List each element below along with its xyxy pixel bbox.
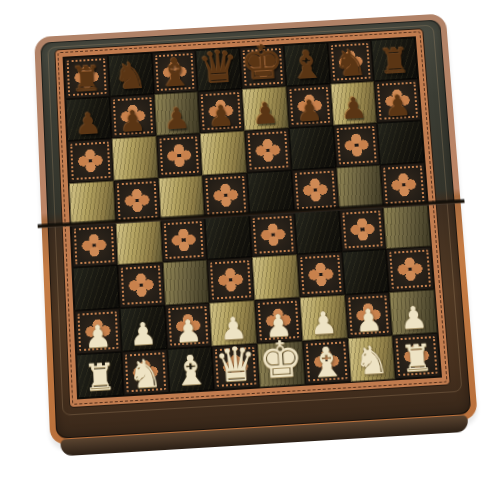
square-c1[interactable]: ♝ [167, 346, 215, 392]
square-f4[interactable] [294, 209, 341, 254]
square-e1[interactable]: ♚ [257, 341, 305, 387]
light-bishop-f1[interactable]: ♝ [307, 341, 346, 384]
dark-queen-d8[interactable]: ♛ [197, 44, 240, 91]
dark-pawn-c7[interactable]: ♟ [163, 104, 191, 135]
quatrefoil-ornament-icon [383, 165, 424, 204]
square-b4[interactable] [115, 220, 162, 265]
light-pawn-h2[interactable]: ♟ [399, 302, 428, 334]
square-h4[interactable] [383, 204, 431, 249]
square-b8[interactable]: ♞ [108, 53, 154, 97]
light-pawn-a2[interactable]: ♟ [84, 321, 113, 353]
dark-rook-a8[interactable]: ♜ [70, 61, 103, 98]
square-a3[interactable] [73, 265, 120, 311]
square-g4[interactable] [339, 207, 387, 252]
square-b1[interactable]: ♞ [121, 349, 168, 395]
square-e8[interactable]: ♚ [239, 45, 286, 89]
square-d8[interactable]: ♛ [195, 47, 241, 91]
square-g1[interactable]: ♞ [347, 336, 395, 382]
square-b7[interactable]: ♟ [110, 94, 156, 138]
square-e3[interactable] [252, 255, 300, 301]
square-f2[interactable]: ♟ [299, 295, 347, 341]
square-f6[interactable] [289, 125, 336, 170]
square-c3[interactable] [162, 260, 209, 306]
dark-pawn-g7[interactable]: ♟ [340, 93, 369, 124]
square-g3[interactable] [341, 249, 389, 295]
light-knight-b1[interactable]: ♞ [127, 354, 163, 395]
light-pawn-c2[interactable]: ♟ [174, 316, 203, 348]
square-g6[interactable] [333, 123, 380, 168]
quatrefoil-ornament-icon [121, 266, 162, 305]
dark-pawn-f7[interactable]: ♟ [296, 96, 324, 127]
square-d7[interactable]: ♟ [198, 89, 245, 133]
dark-king-e8[interactable]: ♚ [239, 38, 285, 88]
square-a1[interactable]: ♜ [76, 352, 123, 399]
quatrefoil-ornament-icon [389, 250, 431, 289]
square-a7[interactable]: ♟ [65, 97, 111, 141]
folding-chess-board: ♜♞♝♛♚♝♞♜♟♟♟♟♟♟♟♟♟♟♟♟♟♟♟♟♜♞♝♛♚♝♞♜ [34, 13, 478, 445]
square-b6[interactable] [111, 136, 157, 181]
square-g7[interactable]: ♟ [330, 81, 377, 125]
dark-knight-g8[interactable]: ♞ [333, 44, 369, 83]
square-b3[interactable] [117, 263, 164, 309]
dark-pawn-b7[interactable]: ♟ [119, 106, 147, 137]
dark-pawn-a7[interactable]: ♟ [75, 109, 103, 140]
square-h1[interactable]: ♜ [392, 333, 440, 379]
square-h7[interactable]: ♟ [374, 79, 421, 123]
square-c4[interactable] [160, 217, 207, 262]
light-pawn-g2[interactable]: ♟ [354, 305, 383, 337]
square-f1[interactable]: ♝ [302, 338, 350, 384]
square-c7[interactable]: ♟ [154, 91, 200, 135]
light-pawn-f2[interactable]: ♟ [309, 308, 338, 340]
square-f3[interactable] [297, 252, 345, 298]
chess-set-photo: ♜♞♝♛♚♝♞♜♟♟♟♟♟♟♟♟♟♟♟♟♟♟♟♟♜♞♝♛♚♝♞♜ [0, 0, 500, 478]
quatrefoil-ornament-icon [342, 210, 383, 249]
light-knight-g1[interactable]: ♞ [353, 340, 390, 381]
square-e7[interactable]: ♟ [242, 86, 289, 130]
dark-bishop-c8[interactable]: ♝ [156, 52, 193, 93]
square-h3[interactable] [386, 247, 434, 293]
quatrefoil-ornament-icon [248, 131, 289, 169]
square-a4[interactable] [71, 223, 118, 268]
square-f7[interactable]: ♟ [286, 84, 333, 128]
quatrefoil-ornament-icon [159, 136, 199, 174]
square-a6[interactable] [67, 138, 113, 183]
quatrefoil-ornament-icon [336, 126, 377, 164]
quatrefoil-ornament-icon [294, 170, 335, 209]
square-c6[interactable] [156, 133, 203, 178]
quatrefoil-ornament-icon [70, 141, 110, 179]
square-d1[interactable]: ♛ [212, 344, 260, 390]
quatrefoil-ornament-icon [117, 181, 157, 220]
dark-pawn-d7[interactable]: ♟ [207, 101, 235, 132]
square-h2[interactable]: ♟ [389, 290, 437, 336]
square-h8[interactable]: ♜ [371, 37, 418, 81]
light-rook-h1[interactable]: ♜ [399, 339, 434, 378]
dark-knight-b8[interactable]: ♞ [113, 57, 148, 96]
quatrefoil-ornament-icon [300, 255, 341, 294]
square-a8[interactable]: ♜ [64, 55, 110, 99]
dark-rook-h8[interactable]: ♜ [378, 43, 412, 79]
light-rook-a1[interactable]: ♜ [83, 358, 117, 397]
square-b2[interactable]: ♟ [119, 306, 166, 352]
quatrefoil-ornament-icon [163, 220, 204, 259]
light-queen-d1[interactable]: ♛ [213, 340, 257, 389]
square-g2[interactable]: ♟ [344, 292, 392, 338]
dark-pawn-h7[interactable]: ♟ [384, 91, 413, 122]
dark-bishop-f8[interactable]: ♝ [288, 45, 326, 86]
square-c8[interactable]: ♝ [152, 50, 198, 94]
square-c2[interactable]: ♟ [164, 303, 211, 349]
square-d4[interactable] [205, 215, 252, 260]
square-g8[interactable]: ♞ [327, 40, 374, 84]
square-f8[interactable]: ♝ [283, 42, 330, 86]
square-e4[interactable] [249, 212, 296, 257]
light-king-e1[interactable]: ♚ [257, 334, 304, 387]
quatrefoil-ornament-icon [206, 176, 247, 215]
dark-pawn-e7[interactable]: ♟ [251, 98, 279, 129]
square-d6[interactable] [200, 130, 247, 175]
quatrefoil-ornament-icon [210, 261, 251, 300]
quatrefoil-ornament-icon [74, 226, 114, 265]
square-d3[interactable] [207, 257, 254, 303]
light-pawn-b2[interactable]: ♟ [129, 318, 158, 350]
square-h6[interactable] [377, 120, 424, 164]
light-bishop-c1[interactable]: ♝ [171, 349, 209, 392]
square-e6[interactable] [244, 128, 291, 173]
square-a2[interactable]: ♟ [74, 308, 121, 354]
quatrefoil-ornament-icon [253, 215, 294, 254]
